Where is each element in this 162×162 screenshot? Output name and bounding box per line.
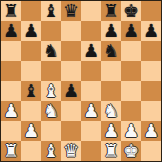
square-c2[interactable] xyxy=(41,121,61,141)
white-king[interactable]: ♚ xyxy=(121,141,141,161)
square-f1[interactable]: ♜ xyxy=(101,141,121,161)
square-e2[interactable] xyxy=(81,121,101,141)
square-f6[interactable]: ♞ xyxy=(101,41,121,61)
square-c7[interactable] xyxy=(41,21,61,41)
chess-board: ♜♝♛♜♚♟♟♟♟♟♞♟♞♝♝♟♟♞♟♞♟♟♟♟♜♝♛♜♚ xyxy=(0,0,162,162)
black-pawn[interactable]: ♟ xyxy=(21,21,41,41)
square-f3[interactable]: ♞ xyxy=(101,101,121,121)
square-g3[interactable] xyxy=(121,101,141,121)
square-c4[interactable]: ♝ xyxy=(41,81,61,101)
square-b1[interactable] xyxy=(21,141,41,161)
square-d3[interactable] xyxy=(61,101,81,121)
square-d2[interactable] xyxy=(61,121,81,141)
square-a5[interactable] xyxy=(1,61,21,81)
square-g1[interactable]: ♚ xyxy=(121,141,141,161)
black-rook[interactable]: ♜ xyxy=(1,1,21,21)
white-pawn[interactable]: ♟ xyxy=(121,121,141,141)
square-a3[interactable]: ♟ xyxy=(1,101,21,121)
black-bishop[interactable]: ♝ xyxy=(41,1,61,21)
white-pawn[interactable]: ♟ xyxy=(1,101,21,121)
square-f2[interactable]: ♟ xyxy=(101,121,121,141)
square-e4[interactable] xyxy=(81,81,101,101)
square-a7[interactable]: ♟ xyxy=(1,21,21,41)
square-g8[interactable]: ♚ xyxy=(121,1,141,21)
square-g6[interactable] xyxy=(121,41,141,61)
square-g4[interactable] xyxy=(121,81,141,101)
white-rook[interactable]: ♜ xyxy=(101,141,121,161)
black-knight[interactable]: ♞ xyxy=(41,41,61,61)
square-b5[interactable] xyxy=(21,61,41,81)
square-h2[interactable]: ♟ xyxy=(141,121,161,141)
black-pawn[interactable]: ♟ xyxy=(141,21,161,41)
white-pawn[interactable]: ♟ xyxy=(81,101,101,121)
square-g7[interactable]: ♟ xyxy=(121,21,141,41)
square-e8[interactable] xyxy=(81,1,101,21)
square-g5[interactable] xyxy=(121,61,141,81)
white-pawn[interactable]: ♟ xyxy=(21,121,41,141)
square-c6[interactable]: ♞ xyxy=(41,41,61,61)
square-e6[interactable]: ♟ xyxy=(81,41,101,61)
square-h1[interactable] xyxy=(141,141,161,161)
black-pawn[interactable]: ♟ xyxy=(61,81,81,101)
square-c1[interactable]: ♝ xyxy=(41,141,61,161)
black-bishop[interactable]: ♝ xyxy=(21,81,41,101)
square-b3[interactable] xyxy=(21,101,41,121)
white-pawn[interactable]: ♟ xyxy=(101,121,121,141)
square-f7[interactable]: ♟ xyxy=(101,21,121,41)
square-d6[interactable] xyxy=(61,41,81,61)
square-b8[interactable] xyxy=(21,1,41,21)
square-a8[interactable]: ♜ xyxy=(1,1,21,21)
square-e5[interactable] xyxy=(81,61,101,81)
white-pawn[interactable]: ♟ xyxy=(141,121,161,141)
square-e7[interactable] xyxy=(81,21,101,41)
black-king[interactable]: ♚ xyxy=(121,1,141,21)
square-e1[interactable] xyxy=(81,141,101,161)
square-b7[interactable]: ♟ xyxy=(21,21,41,41)
square-c3[interactable]: ♞ xyxy=(41,101,61,121)
square-f8[interactable]: ♜ xyxy=(101,1,121,21)
square-g2[interactable]: ♟ xyxy=(121,121,141,141)
black-pawn[interactable]: ♟ xyxy=(101,21,121,41)
square-d5[interactable] xyxy=(61,61,81,81)
white-knight[interactable]: ♞ xyxy=(41,101,61,121)
square-d1[interactable]: ♛ xyxy=(61,141,81,161)
square-e3[interactable]: ♟ xyxy=(81,101,101,121)
square-a6[interactable] xyxy=(1,41,21,61)
white-bishop[interactable]: ♝ xyxy=(41,81,61,101)
square-a1[interactable]: ♜ xyxy=(1,141,21,161)
square-b2[interactable]: ♟ xyxy=(21,121,41,141)
black-pawn[interactable]: ♟ xyxy=(121,21,141,41)
square-d8[interactable]: ♛ xyxy=(61,1,81,21)
white-queen[interactable]: ♛ xyxy=(61,141,81,161)
square-h4[interactable] xyxy=(141,81,161,101)
black-rook[interactable]: ♜ xyxy=(101,1,121,21)
white-bishop[interactable]: ♝ xyxy=(41,141,61,161)
black-knight[interactable]: ♞ xyxy=(101,41,121,61)
square-b4[interactable]: ♝ xyxy=(21,81,41,101)
square-h6[interactable] xyxy=(141,41,161,61)
square-d4[interactable]: ♟ xyxy=(61,81,81,101)
square-f5[interactable] xyxy=(101,61,121,81)
black-pawn[interactable]: ♟ xyxy=(1,21,21,41)
white-knight[interactable]: ♞ xyxy=(101,101,121,121)
square-c5[interactable] xyxy=(41,61,61,81)
square-h8[interactable] xyxy=(141,1,161,21)
square-d7[interactable] xyxy=(61,21,81,41)
square-h3[interactable] xyxy=(141,101,161,121)
black-queen[interactable]: ♛ xyxy=(61,1,81,21)
square-h5[interactable] xyxy=(141,61,161,81)
white-rook[interactable]: ♜ xyxy=(1,141,21,161)
square-h7[interactable]: ♟ xyxy=(141,21,161,41)
black-pawn[interactable]: ♟ xyxy=(81,41,101,61)
square-b6[interactable] xyxy=(21,41,41,61)
square-a2[interactable] xyxy=(1,121,21,141)
square-a4[interactable] xyxy=(1,81,21,101)
square-f4[interactable] xyxy=(101,81,121,101)
square-c8[interactable]: ♝ xyxy=(41,1,61,21)
